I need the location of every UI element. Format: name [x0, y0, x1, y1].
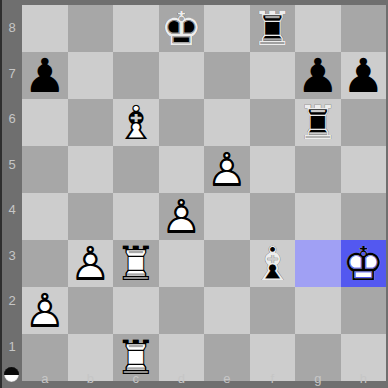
- rank-label-4: 4: [2, 187, 22, 233]
- side-to-move-icon: [4, 367, 19, 382]
- square-c8[interactable]: [113, 5, 159, 52]
- square-d3[interactable]: [159, 240, 205, 287]
- square-b8[interactable]: [68, 5, 114, 52]
- white-bishop[interactable]: ♝♗: [113, 99, 159, 146]
- square-a8[interactable]: [22, 5, 68, 52]
- file-label-b: b: [68, 369, 114, 388]
- square-b5[interactable]: [68, 146, 114, 193]
- file-label-g: g: [295, 369, 341, 388]
- chess-board: ♚♔♜♖♟♟♟♝♗♜♖♟♙♟♙♟♙♜♖♝♗♚♔♟♙♜♖: [22, 5, 386, 369]
- file-label-d: d: [159, 369, 205, 388]
- square-f2[interactable]: [250, 287, 296, 334]
- rank-label-2: 2: [2, 278, 22, 324]
- white-pawn[interactable]: ♟♙: [204, 146, 250, 193]
- square-h4[interactable]: [341, 193, 387, 240]
- white-king[interactable]: ♚♔: [341, 240, 387, 287]
- file-label-a: a: [22, 369, 68, 388]
- square-b3[interactable]: ♟♙: [68, 240, 114, 287]
- square-g7[interactable]: ♟: [295, 52, 341, 99]
- file-label-e: e: [204, 369, 250, 388]
- square-a2[interactable]: ♟♙: [22, 287, 68, 334]
- white-rook[interactable]: ♜♖: [113, 240, 159, 287]
- square-e5[interactable]: ♟♙: [204, 146, 250, 193]
- rank-label-1: 1: [2, 324, 22, 370]
- black-king[interactable]: ♚♔: [159, 5, 205, 52]
- white-pawn[interactable]: ♟♙: [68, 240, 114, 287]
- square-h5[interactable]: [341, 146, 387, 193]
- square-g2[interactable]: [295, 287, 341, 334]
- square-a4[interactable]: [22, 193, 68, 240]
- square-f8[interactable]: ♜♖: [250, 5, 296, 52]
- chess-board-window: 87654321 ♚♔♜♖♟♟♟♝♗♜♖♟♙♟♙♟♙♜♖♝♗♚♔♟♙♜♖ abc…: [0, 0, 388, 388]
- black-pawn[interactable]: ♟: [295, 52, 341, 99]
- file-label-h: h: [341, 369, 387, 388]
- square-g8[interactable]: [295, 5, 341, 52]
- rank-labels: 87654321: [2, 5, 22, 369]
- square-h7[interactable]: ♟: [341, 52, 387, 99]
- square-c6[interactable]: ♝♗: [113, 99, 159, 146]
- square-h6[interactable]: [341, 99, 387, 146]
- square-e8[interactable]: [204, 5, 250, 52]
- square-d7[interactable]: [159, 52, 205, 99]
- square-h2[interactable]: [341, 287, 387, 334]
- file-label-c: c: [113, 369, 159, 388]
- square-c5[interactable]: [113, 146, 159, 193]
- square-a3[interactable]: [22, 240, 68, 287]
- black-rook[interactable]: ♜♖: [295, 99, 341, 146]
- file-labels: abcdefgh: [22, 369, 386, 388]
- file-label-f: f: [250, 369, 296, 388]
- square-e2[interactable]: [204, 287, 250, 334]
- rank-label-5: 5: [2, 142, 22, 188]
- square-d4[interactable]: ♟♙: [159, 193, 205, 240]
- square-f7[interactable]: [250, 52, 296, 99]
- square-c4[interactable]: [113, 193, 159, 240]
- square-a7[interactable]: ♟: [22, 52, 68, 99]
- black-pawn[interactable]: ♟: [22, 52, 68, 99]
- rank-label-7: 7: [2, 51, 22, 97]
- square-d8[interactable]: ♚♔: [159, 5, 205, 52]
- square-b6[interactable]: [68, 99, 114, 146]
- square-f6[interactable]: [250, 99, 296, 146]
- square-d5[interactable]: [159, 146, 205, 193]
- square-g3[interactable]: [295, 240, 341, 287]
- square-a5[interactable]: [22, 146, 68, 193]
- square-b7[interactable]: [68, 52, 114, 99]
- rank-label-6: 6: [2, 96, 22, 142]
- black-pawn[interactable]: ♟: [341, 52, 387, 99]
- square-g5[interactable]: [295, 146, 341, 193]
- black-bishop[interactable]: ♝♗: [250, 240, 296, 287]
- white-pawn[interactable]: ♟♙: [159, 193, 205, 240]
- square-a6[interactable]: [22, 99, 68, 146]
- rank-label-3: 3: [2, 233, 22, 279]
- square-g4[interactable]: [295, 193, 341, 240]
- square-c3[interactable]: ♜♖: [113, 240, 159, 287]
- square-f3[interactable]: ♝♗: [250, 240, 296, 287]
- square-b2[interactable]: [68, 287, 114, 334]
- square-f5[interactable]: [250, 146, 296, 193]
- black-rook[interactable]: ♜♖: [250, 5, 296, 52]
- square-f4[interactable]: [250, 193, 296, 240]
- square-c2[interactable]: [113, 287, 159, 334]
- square-e6[interactable]: [204, 99, 250, 146]
- square-h8[interactable]: [341, 5, 387, 52]
- square-h3[interactable]: ♚♔: [341, 240, 387, 287]
- square-d2[interactable]: [159, 287, 205, 334]
- square-d6[interactable]: [159, 99, 205, 146]
- square-c7[interactable]: [113, 52, 159, 99]
- square-e3[interactable]: [204, 240, 250, 287]
- white-pawn[interactable]: ♟♙: [22, 287, 68, 334]
- square-e7[interactable]: [204, 52, 250, 99]
- rank-label-8: 8: [2, 5, 22, 51]
- square-e4[interactable]: [204, 193, 250, 240]
- square-b4[interactable]: [68, 193, 114, 240]
- square-g6[interactable]: ♜♖: [295, 99, 341, 146]
